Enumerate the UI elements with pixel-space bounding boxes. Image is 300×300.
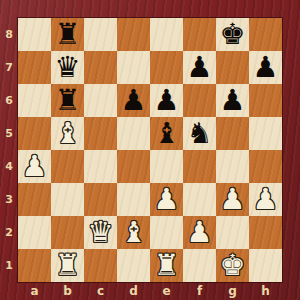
piece-white-pawn[interactable]: ♟ bbox=[18, 150, 51, 183]
square-d3[interactable] bbox=[117, 183, 150, 216]
piece-black-pawn[interactable]: ♟ bbox=[150, 84, 183, 117]
square-d4[interactable] bbox=[117, 150, 150, 183]
square-c4[interactable] bbox=[84, 150, 117, 183]
square-f7[interactable]: ♟ bbox=[183, 51, 216, 84]
square-c2[interactable]: ♛ bbox=[84, 216, 117, 249]
square-f2[interactable]: ♟ bbox=[183, 216, 216, 249]
piece-white-pawn[interactable]: ♟ bbox=[249, 183, 282, 216]
file-label: e bbox=[150, 282, 183, 300]
file-labels: abcdefgh bbox=[18, 282, 282, 300]
square-h5[interactable] bbox=[249, 117, 282, 150]
square-b7[interactable]: ♛ bbox=[51, 51, 84, 84]
square-b6[interactable]: ♜ bbox=[51, 84, 84, 117]
piece-black-pawn[interactable]: ♟ bbox=[183, 51, 216, 84]
chess-board[interactable]: ♜♚♛♟♟♜♟♟♟♝♝♞♟♟♟♟♛♝♟♜♜♚ bbox=[18, 18, 282, 282]
square-c1[interactable] bbox=[84, 249, 117, 282]
square-a6[interactable] bbox=[18, 84, 51, 117]
file-label: f bbox=[183, 282, 216, 300]
square-f1[interactable] bbox=[183, 249, 216, 282]
rank-label: 5 bbox=[0, 117, 18, 150]
piece-black-king[interactable]: ♚ bbox=[216, 18, 249, 51]
square-g4[interactable] bbox=[216, 150, 249, 183]
square-a8[interactable] bbox=[18, 18, 51, 51]
piece-white-pawn[interactable]: ♟ bbox=[150, 183, 183, 216]
square-d1[interactable] bbox=[117, 249, 150, 282]
square-g8[interactable]: ♚ bbox=[216, 18, 249, 51]
square-e2[interactable] bbox=[150, 216, 183, 249]
board-frame: 87654321 ♜♚♛♟♟♜♟♟♟♝♝♞♟♟♟♟♛♝♟♜♜♚ abcdefgh bbox=[0, 0, 300, 300]
file-label: a bbox=[18, 282, 51, 300]
rank-label: 6 bbox=[0, 84, 18, 117]
square-b3[interactable] bbox=[51, 183, 84, 216]
file-label: d bbox=[117, 282, 150, 300]
square-d6[interactable]: ♟ bbox=[117, 84, 150, 117]
square-h8[interactable] bbox=[249, 18, 282, 51]
square-b5[interactable]: ♝ bbox=[51, 117, 84, 150]
rank-label: 4 bbox=[0, 150, 18, 183]
square-f4[interactable] bbox=[183, 150, 216, 183]
piece-white-bishop[interactable]: ♝ bbox=[117, 216, 150, 249]
rank-label: 2 bbox=[0, 216, 18, 249]
square-d5[interactable] bbox=[117, 117, 150, 150]
square-e6[interactable]: ♟ bbox=[150, 84, 183, 117]
square-c3[interactable] bbox=[84, 183, 117, 216]
square-g6[interactable]: ♟ bbox=[216, 84, 249, 117]
rank-label: 7 bbox=[0, 51, 18, 84]
square-h4[interactable] bbox=[249, 150, 282, 183]
piece-black-pawn[interactable]: ♟ bbox=[249, 51, 282, 84]
square-a2[interactable] bbox=[18, 216, 51, 249]
piece-black-queen[interactable]: ♛ bbox=[51, 51, 84, 84]
square-d8[interactable] bbox=[117, 18, 150, 51]
piece-black-bishop[interactable]: ♝ bbox=[150, 117, 183, 150]
piece-white-rook[interactable]: ♜ bbox=[150, 249, 183, 282]
square-g5[interactable] bbox=[216, 117, 249, 150]
file-label: h bbox=[249, 282, 282, 300]
square-g1[interactable]: ♚ bbox=[216, 249, 249, 282]
piece-white-rook[interactable]: ♜ bbox=[51, 249, 84, 282]
square-b8[interactable]: ♜ bbox=[51, 18, 84, 51]
square-g7[interactable] bbox=[216, 51, 249, 84]
square-e8[interactable] bbox=[150, 18, 183, 51]
square-h2[interactable] bbox=[249, 216, 282, 249]
square-g3[interactable]: ♟ bbox=[216, 183, 249, 216]
square-a4[interactable]: ♟ bbox=[18, 150, 51, 183]
square-a3[interactable] bbox=[18, 183, 51, 216]
square-e1[interactable]: ♜ bbox=[150, 249, 183, 282]
square-b2[interactable] bbox=[51, 216, 84, 249]
piece-black-knight[interactable]: ♞ bbox=[183, 117, 216, 150]
square-h3[interactable]: ♟ bbox=[249, 183, 282, 216]
piece-black-rook[interactable]: ♜ bbox=[51, 18, 84, 51]
square-e3[interactable]: ♟ bbox=[150, 183, 183, 216]
square-b1[interactable]: ♜ bbox=[51, 249, 84, 282]
square-a5[interactable] bbox=[18, 117, 51, 150]
square-c5[interactable] bbox=[84, 117, 117, 150]
rank-label: 3 bbox=[0, 183, 18, 216]
square-d7[interactable] bbox=[117, 51, 150, 84]
piece-black-pawn[interactable]: ♟ bbox=[117, 84, 150, 117]
piece-white-king[interactable]: ♚ bbox=[216, 249, 249, 282]
square-a7[interactable] bbox=[18, 51, 51, 84]
piece-white-bishop[interactable]: ♝ bbox=[51, 117, 84, 150]
square-g2[interactable] bbox=[216, 216, 249, 249]
square-h7[interactable]: ♟ bbox=[249, 51, 282, 84]
square-e7[interactable] bbox=[150, 51, 183, 84]
square-h1[interactable] bbox=[249, 249, 282, 282]
rank-label: 8 bbox=[0, 18, 18, 51]
square-e5[interactable]: ♝ bbox=[150, 117, 183, 150]
square-c7[interactable] bbox=[84, 51, 117, 84]
file-label: c bbox=[84, 282, 117, 300]
square-c6[interactable] bbox=[84, 84, 117, 117]
square-e4[interactable] bbox=[150, 150, 183, 183]
file-label: b bbox=[51, 282, 84, 300]
square-f5[interactable]: ♞ bbox=[183, 117, 216, 150]
file-label: g bbox=[216, 282, 249, 300]
square-b4[interactable] bbox=[51, 150, 84, 183]
rank-labels: 87654321 bbox=[0, 18, 18, 282]
square-f8[interactable] bbox=[183, 18, 216, 51]
piece-white-pawn[interactable]: ♟ bbox=[216, 183, 249, 216]
piece-black-pawn[interactable]: ♟ bbox=[216, 84, 249, 117]
piece-white-pawn[interactable]: ♟ bbox=[183, 216, 216, 249]
square-h6[interactable] bbox=[249, 84, 282, 117]
square-f3[interactable] bbox=[183, 183, 216, 216]
piece-black-rook[interactable]: ♜ bbox=[51, 84, 84, 117]
square-c8[interactable] bbox=[84, 18, 117, 51]
piece-white-queen[interactable]: ♛ bbox=[84, 216, 117, 249]
square-d2[interactable]: ♝ bbox=[117, 216, 150, 249]
square-a1[interactable] bbox=[18, 249, 51, 282]
rank-label: 1 bbox=[0, 249, 18, 282]
square-f6[interactable] bbox=[183, 84, 216, 117]
